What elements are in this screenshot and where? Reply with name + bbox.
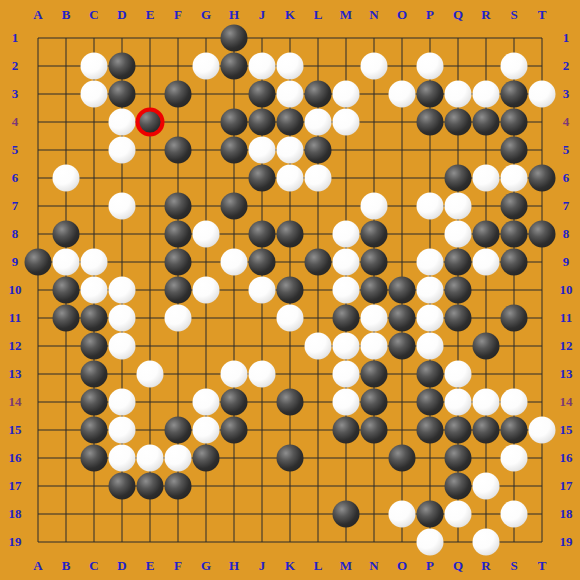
stone-M12[interactable] <box>333 333 360 360</box>
stone-D15[interactable] <box>109 417 136 444</box>
stone-N11[interactable] <box>361 305 388 332</box>
stone-J13[interactable] <box>249 361 276 388</box>
stone-M11[interactable] <box>333 305 360 332</box>
stone-K11[interactable] <box>277 305 304 332</box>
row-label-right-1: 1 <box>563 30 570 46</box>
stone-S18[interactable] <box>501 501 528 528</box>
stone-F8[interactable] <box>165 221 192 248</box>
stone-H4[interactable] <box>221 109 248 136</box>
stone-C16[interactable] <box>81 445 108 472</box>
stone-R9[interactable] <box>473 249 500 276</box>
stone-N2[interactable] <box>361 53 388 80</box>
stone-R14[interactable] <box>473 389 500 416</box>
stone-O11[interactable] <box>389 305 416 332</box>
stone-R17[interactable] <box>473 473 500 500</box>
stone-N14[interactable] <box>361 389 388 416</box>
stone-N13[interactable] <box>361 361 388 388</box>
stone-M8[interactable] <box>333 221 360 248</box>
row-label-left-9: 9 <box>12 254 19 270</box>
stone-L4[interactable] <box>305 109 332 136</box>
row-label-right-17: 17 <box>560 478 573 494</box>
row-label-right-18: 18 <box>560 506 573 522</box>
stone-N7[interactable] <box>361 193 388 220</box>
row-label-left-11: 11 <box>9 310 21 326</box>
stone-D7[interactable] <box>109 193 136 220</box>
stone-E16[interactable] <box>137 445 164 472</box>
stone-S16[interactable] <box>501 445 528 472</box>
stone-R12[interactable] <box>473 333 500 360</box>
col-label-top-C: C <box>89 7 98 23</box>
stone-H9[interactable] <box>221 249 248 276</box>
stone-M18[interactable] <box>333 501 360 528</box>
stone-N15[interactable] <box>361 417 388 444</box>
stone-E13[interactable] <box>137 361 164 388</box>
row-label-left-4: 4 <box>12 114 19 130</box>
col-label-bottom-L: L <box>314 558 323 574</box>
stone-S5[interactable] <box>501 137 528 164</box>
stone-L3[interactable] <box>305 81 332 108</box>
stone-S3[interactable] <box>501 81 528 108</box>
stone-C3[interactable] <box>81 81 108 108</box>
col-label-top-R: R <box>481 7 490 23</box>
stone-F11[interactable] <box>165 305 192 332</box>
row-label-left-10: 10 <box>9 282 22 298</box>
stone-P9[interactable] <box>417 249 444 276</box>
stone-F9[interactable] <box>165 249 192 276</box>
col-label-top-K: K <box>285 7 295 23</box>
col-label-bottom-N: N <box>369 558 378 574</box>
stone-D12[interactable] <box>109 333 136 360</box>
stone-C2[interactable] <box>81 53 108 80</box>
col-label-top-T: T <box>538 7 547 23</box>
stone-D17[interactable] <box>109 473 136 500</box>
stone-P19[interactable] <box>417 529 444 556</box>
stone-T3[interactable] <box>529 81 556 108</box>
stone-G14[interactable] <box>193 389 220 416</box>
col-label-top-F: F <box>174 7 182 23</box>
stone-J3[interactable] <box>249 81 276 108</box>
row-label-left-13: 13 <box>9 366 22 382</box>
stone-H15[interactable] <box>221 417 248 444</box>
stone-P7[interactable] <box>417 193 444 220</box>
stone-S4[interactable] <box>501 109 528 136</box>
stone-A9[interactable] <box>25 249 52 276</box>
stone-M9[interactable] <box>333 249 360 276</box>
stone-J8[interactable] <box>249 221 276 248</box>
stone-K5[interactable] <box>277 137 304 164</box>
stone-O12[interactable] <box>389 333 416 360</box>
stone-J9[interactable] <box>249 249 276 276</box>
row-label-left-19: 19 <box>9 534 22 550</box>
stone-Q13[interactable] <box>445 361 472 388</box>
stone-Q14[interactable] <box>445 389 472 416</box>
stone-O16[interactable] <box>389 445 416 472</box>
row-label-right-5: 5 <box>563 142 570 158</box>
row-label-left-8: 8 <box>12 226 19 242</box>
stone-D3[interactable] <box>109 81 136 108</box>
col-label-top-P: P <box>426 7 434 23</box>
stone-Q17[interactable] <box>445 473 472 500</box>
stone-R15[interactable] <box>473 417 500 444</box>
go-board[interactable]: AABBCCDDEEFFGGHHJJKKLLMMNNOOPPQQRRSSTT11… <box>0 0 580 580</box>
stone-D2[interactable] <box>109 53 136 80</box>
stone-C10[interactable] <box>81 277 108 304</box>
stone-H13[interactable] <box>221 361 248 388</box>
stone-P3[interactable] <box>417 81 444 108</box>
stone-L5[interactable] <box>305 137 332 164</box>
col-label-top-L: L <box>314 7 323 23</box>
stone-Q9[interactable] <box>445 249 472 276</box>
stone-Q15[interactable] <box>445 417 472 444</box>
col-label-bottom-R: R <box>481 558 490 574</box>
row-label-right-2: 2 <box>563 58 570 74</box>
row-label-right-12: 12 <box>560 338 573 354</box>
stone-F10[interactable] <box>165 277 192 304</box>
stone-S8[interactable] <box>501 221 528 248</box>
stone-N8[interactable] <box>361 221 388 248</box>
stone-P14[interactable] <box>417 389 444 416</box>
row-label-left-16: 16 <box>9 450 22 466</box>
row-label-left-7: 7 <box>12 198 19 214</box>
stone-D11[interactable] <box>109 305 136 332</box>
stone-T6[interactable] <box>529 165 556 192</box>
stone-G10[interactable] <box>193 277 220 304</box>
stone-C11[interactable] <box>81 305 108 332</box>
row-label-left-3: 3 <box>12 86 19 102</box>
row-label-left-1: 1 <box>12 30 19 46</box>
stone-C9[interactable] <box>81 249 108 276</box>
row-label-left-14: 14 <box>9 394 22 410</box>
row-label-right-11: 11 <box>560 310 572 326</box>
stone-Q6[interactable] <box>445 165 472 192</box>
stone-K8[interactable] <box>277 221 304 248</box>
stone-R19[interactable] <box>473 529 500 556</box>
stone-D16[interactable] <box>109 445 136 472</box>
stone-F17[interactable] <box>165 473 192 500</box>
stone-Q4[interactable] <box>445 109 472 136</box>
stone-S9[interactable] <box>501 249 528 276</box>
stone-C15[interactable] <box>81 417 108 444</box>
stone-R4[interactable] <box>473 109 500 136</box>
stone-H7[interactable] <box>221 193 248 220</box>
col-label-bottom-K: K <box>285 558 295 574</box>
stone-Q10[interactable] <box>445 277 472 304</box>
stone-S15[interactable] <box>501 417 528 444</box>
stone-N10[interactable] <box>361 277 388 304</box>
stone-S7[interactable] <box>501 193 528 220</box>
stone-P13[interactable] <box>417 361 444 388</box>
stone-D10[interactable] <box>109 277 136 304</box>
stone-N9[interactable] <box>361 249 388 276</box>
row-label-right-15: 15 <box>560 422 573 438</box>
col-label-bottom-F: F <box>174 558 182 574</box>
stone-M10[interactable] <box>333 277 360 304</box>
stone-T8[interactable] <box>529 221 556 248</box>
stone-G8[interactable] <box>193 221 220 248</box>
stone-P15[interactable] <box>417 417 444 444</box>
row-label-right-8: 8 <box>563 226 570 242</box>
stone-T15[interactable] <box>529 417 556 444</box>
stone-J5[interactable] <box>249 137 276 164</box>
stone-M15[interactable] <box>333 417 360 444</box>
stone-P18[interactable] <box>417 501 444 528</box>
stone-S2[interactable] <box>501 53 528 80</box>
stone-Q3[interactable] <box>445 81 472 108</box>
stone-G2[interactable] <box>193 53 220 80</box>
stone-Q18[interactable] <box>445 501 472 528</box>
stone-D4[interactable] <box>109 109 136 136</box>
stone-M3[interactable] <box>333 81 360 108</box>
stone-H2[interactable] <box>221 53 248 80</box>
stone-M4[interactable] <box>333 109 360 136</box>
stone-K4[interactable] <box>277 109 304 136</box>
col-label-bottom-T: T <box>538 558 547 574</box>
col-label-top-A: A <box>33 7 42 23</box>
stone-C12[interactable] <box>81 333 108 360</box>
stone-K10[interactable] <box>277 277 304 304</box>
stone-E4[interactable] <box>137 109 164 136</box>
row-label-left-6: 6 <box>12 170 19 186</box>
col-label-top-D: D <box>117 7 126 23</box>
row-label-right-14: 14 <box>560 394 573 410</box>
stone-S11[interactable] <box>501 305 528 332</box>
stone-H14[interactable] <box>221 389 248 416</box>
stone-B11[interactable] <box>53 305 80 332</box>
row-label-left-2: 2 <box>12 58 19 74</box>
col-label-top-O: O <box>397 7 407 23</box>
col-label-top-S: S <box>510 7 517 23</box>
stone-F3[interactable] <box>165 81 192 108</box>
stone-P4[interactable] <box>417 109 444 136</box>
stone-K3[interactable] <box>277 81 304 108</box>
col-label-top-N: N <box>369 7 378 23</box>
stone-B9[interactable] <box>53 249 80 276</box>
col-label-bottom-S: S <box>510 558 517 574</box>
row-label-left-17: 17 <box>9 478 22 494</box>
col-label-bottom-B: B <box>62 558 71 574</box>
col-label-bottom-C: C <box>89 558 98 574</box>
stone-K14[interactable] <box>277 389 304 416</box>
stone-F16[interactable] <box>165 445 192 472</box>
col-label-top-Q: Q <box>453 7 463 23</box>
col-label-bottom-J: J <box>259 558 266 574</box>
stone-K6[interactable] <box>277 165 304 192</box>
col-label-top-J: J <box>259 7 266 23</box>
row-label-right-9: 9 <box>563 254 570 270</box>
col-label-bottom-P: P <box>426 558 434 574</box>
stone-H1[interactable] <box>221 25 248 52</box>
stone-R6[interactable] <box>473 165 500 192</box>
row-label-left-15: 15 <box>9 422 22 438</box>
stone-Q7[interactable] <box>445 193 472 220</box>
stone-J6[interactable] <box>249 165 276 192</box>
stone-L9[interactable] <box>305 249 332 276</box>
stone-M13[interactable] <box>333 361 360 388</box>
stone-F15[interactable] <box>165 417 192 444</box>
stone-F5[interactable] <box>165 137 192 164</box>
stone-H5[interactable] <box>221 137 248 164</box>
col-label-top-B: B <box>62 7 71 23</box>
col-label-bottom-D: D <box>117 558 126 574</box>
stone-N12[interactable] <box>361 333 388 360</box>
col-label-top-G: G <box>201 7 211 23</box>
stone-M14[interactable] <box>333 389 360 416</box>
stone-Q11[interactable] <box>445 305 472 332</box>
stone-J2[interactable] <box>249 53 276 80</box>
col-label-bottom-M: M <box>340 558 352 574</box>
stone-C14[interactable] <box>81 389 108 416</box>
row-label-right-10: 10 <box>560 282 573 298</box>
stone-P10[interactable] <box>417 277 444 304</box>
stone-R8[interactable] <box>473 221 500 248</box>
col-label-top-E: E <box>146 7 155 23</box>
col-label-bottom-A: A <box>33 558 42 574</box>
row-label-left-18: 18 <box>9 506 22 522</box>
stone-J4[interactable] <box>249 109 276 136</box>
stone-G16[interactable] <box>193 445 220 472</box>
stone-S6[interactable] <box>501 165 528 192</box>
col-label-top-H: H <box>229 7 239 23</box>
row-label-right-6: 6 <box>563 170 570 186</box>
stone-B10[interactable] <box>53 277 80 304</box>
col-label-bottom-G: G <box>201 558 211 574</box>
stone-D5[interactable] <box>109 137 136 164</box>
stone-Q16[interactable] <box>445 445 472 472</box>
row-label-right-4: 4 <box>563 114 570 130</box>
row-label-left-5: 5 <box>12 142 19 158</box>
stone-L6[interactable] <box>305 165 332 192</box>
stone-C13[interactable] <box>81 361 108 388</box>
stone-P2[interactable] <box>417 53 444 80</box>
stone-F7[interactable] <box>165 193 192 220</box>
col-label-top-M: M <box>340 7 352 23</box>
row-label-right-7: 7 <box>563 198 570 214</box>
stone-P12[interactable] <box>417 333 444 360</box>
stone-G15[interactable] <box>193 417 220 444</box>
stone-E17[interactable] <box>137 473 164 500</box>
row-label-right-3: 3 <box>563 86 570 102</box>
stone-D14[interactable] <box>109 389 136 416</box>
stone-O10[interactable] <box>389 277 416 304</box>
row-label-left-12: 12 <box>9 338 22 354</box>
stone-S14[interactable] <box>501 389 528 416</box>
stone-Q8[interactable] <box>445 221 472 248</box>
col-label-bottom-H: H <box>229 558 239 574</box>
col-label-bottom-Q: Q <box>453 558 463 574</box>
col-label-bottom-O: O <box>397 558 407 574</box>
stone-B8[interactable] <box>53 221 80 248</box>
stone-L12[interactable] <box>305 333 332 360</box>
row-label-right-19: 19 <box>560 534 573 550</box>
row-label-right-16: 16 <box>560 450 573 466</box>
col-label-bottom-E: E <box>146 558 155 574</box>
stone-R3[interactable] <box>473 81 500 108</box>
stone-K2[interactable] <box>277 53 304 80</box>
stone-P11[interactable] <box>417 305 444 332</box>
stone-K16[interactable] <box>277 445 304 472</box>
stone-O18[interactable] <box>389 501 416 528</box>
stone-O3[interactable] <box>389 81 416 108</box>
row-label-right-13: 13 <box>560 366 573 382</box>
stone-J10[interactable] <box>249 277 276 304</box>
stone-B6[interactable] <box>53 165 80 192</box>
